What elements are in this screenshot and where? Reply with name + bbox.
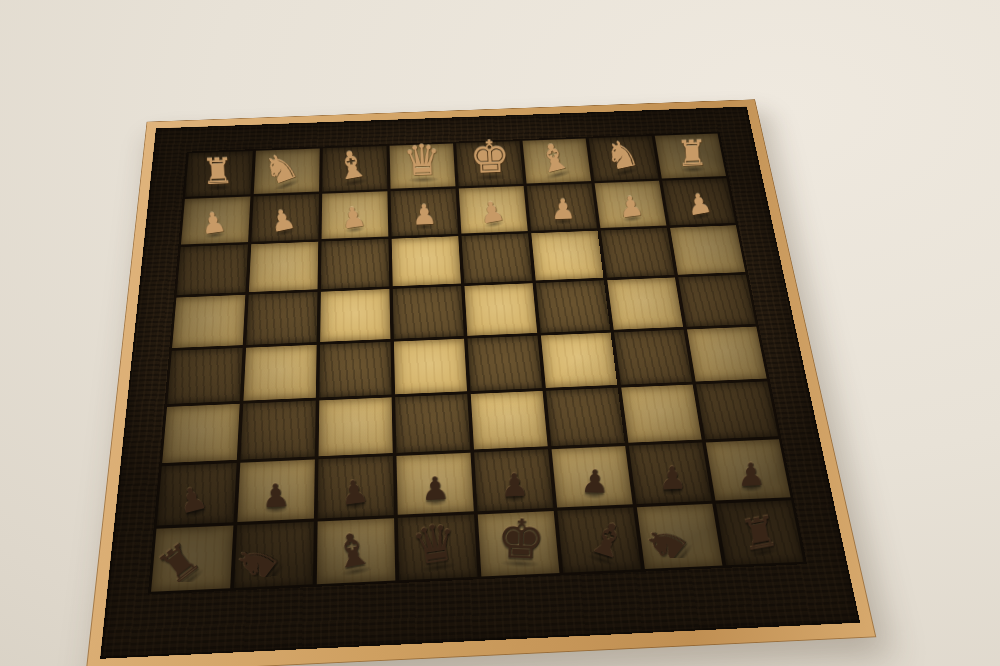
square-e3[interactable] bbox=[471, 391, 548, 450]
square-e4[interactable] bbox=[468, 336, 543, 391]
square-e6[interactable] bbox=[462, 233, 533, 283]
square-d3[interactable] bbox=[395, 394, 470, 453]
square-f6[interactable] bbox=[531, 231, 603, 281]
square-e7[interactable]: ♟ bbox=[459, 186, 528, 234]
square-e1[interactable]: ♚ bbox=[478, 511, 560, 577]
square-d7[interactable]: ♟ bbox=[391, 189, 459, 237]
piece-light-pawn-f7[interactable]: ♟ bbox=[550, 195, 576, 222]
square-f4[interactable] bbox=[541, 333, 617, 388]
square-f1[interactable]: ♝ bbox=[557, 507, 641, 572]
square-c8[interactable]: ♝ bbox=[322, 146, 387, 191]
piece-light-pawn-b7[interactable]: ♟ bbox=[267, 205, 297, 236]
square-g5[interactable] bbox=[607, 277, 683, 329]
square-b5[interactable] bbox=[246, 292, 317, 345]
square-a2[interactable]: ♟ bbox=[157, 463, 237, 526]
square-h4[interactable] bbox=[687, 327, 767, 382]
piece-dark-pawn-b2[interactable]: ♟ bbox=[260, 480, 290, 512]
piece-dark-queen-d1[interactable]: ♛ bbox=[408, 517, 461, 572]
piece-light-pawn-c7[interactable]: ♟ bbox=[339, 202, 368, 232]
square-h7[interactable]: ♟ bbox=[662, 178, 735, 225]
piece-dark-rook-h1[interactable]: ♜ bbox=[737, 511, 781, 557]
piece-light-pawn-e7[interactable]: ♟ bbox=[477, 197, 506, 227]
square-f8[interactable]: ♝ bbox=[523, 138, 592, 183]
piece-light-pawn-a7[interactable]: ♟ bbox=[199, 208, 228, 238]
piece-light-pawn-d7[interactable]: ♟ bbox=[411, 201, 437, 228]
piece-light-pawn-g7[interactable]: ♟ bbox=[617, 192, 645, 221]
square-f2[interactable]: ♟ bbox=[552, 446, 633, 508]
square-h6[interactable] bbox=[670, 225, 745, 275]
square-a5[interactable] bbox=[172, 295, 245, 348]
square-b2[interactable]: ♟ bbox=[237, 459, 314, 522]
square-c4[interactable] bbox=[319, 342, 391, 398]
square-d1[interactable]: ♛ bbox=[398, 515, 478, 581]
piece-dark-bishop-f1[interactable]: ♝ bbox=[582, 515, 632, 567]
piece-light-pawn-h7[interactable]: ♟ bbox=[684, 189, 713, 219]
square-c6[interactable] bbox=[321, 239, 389, 289]
square-c1[interactable]: ♝ bbox=[317, 518, 396, 584]
piece-light-rook-h8[interactable]: ♜ bbox=[676, 136, 709, 170]
square-d4[interactable] bbox=[394, 339, 467, 395]
square-b6[interactable] bbox=[249, 242, 318, 292]
piece-dark-bishop-c1[interactable]: ♝ bbox=[329, 527, 376, 576]
piece-dark-king-e1[interactable]: ♚ bbox=[496, 513, 546, 566]
square-b3[interactable] bbox=[240, 401, 315, 460]
square-b8[interactable]: ♞ bbox=[254, 148, 320, 194]
square-c2[interactable]: ♟ bbox=[318, 456, 394, 518]
square-g7[interactable]: ♟ bbox=[595, 181, 667, 228]
square-f7[interactable]: ♟ bbox=[527, 183, 597, 230]
square-f3[interactable] bbox=[546, 388, 625, 446]
square-b7[interactable]: ♟ bbox=[251, 194, 319, 242]
piece-light-bishop-f8[interactable]: ♝ bbox=[533, 138, 574, 180]
square-g4[interactable] bbox=[614, 330, 692, 385]
piece-dark-pawn-h2[interactable]: ♟ bbox=[736, 459, 766, 490]
piece-light-queen-d8[interactable]: ♛ bbox=[402, 140, 442, 182]
piece-dark-pawn-e2[interactable]: ♟ bbox=[499, 469, 529, 500]
square-d2[interactable]: ♟ bbox=[396, 453, 473, 515]
square-h3[interactable] bbox=[696, 381, 778, 439]
square-e8[interactable]: ♚ bbox=[456, 141, 523, 186]
square-d5[interactable] bbox=[393, 286, 464, 339]
square-c7[interactable]: ♟ bbox=[322, 191, 389, 239]
square-c5[interactable] bbox=[320, 289, 390, 342]
square-h1[interactable]: ♜ bbox=[716, 500, 804, 565]
square-g8[interactable]: ♞ bbox=[589, 136, 659, 181]
square-e5[interactable] bbox=[464, 283, 537, 336]
piece-dark-pawn-f2[interactable]: ♟ bbox=[580, 466, 609, 497]
square-b1[interactable]: ♞ bbox=[234, 522, 314, 588]
square-g1[interactable]: ♞ bbox=[637, 504, 723, 569]
piece-light-king-e8[interactable]: ♚ bbox=[468, 135, 510, 179]
square-c3[interactable] bbox=[319, 397, 393, 456]
photo-background: ♜♞♝♛♚♝♞♜♟♟♟♟♟♟♟♟♟♟♟♟♟♟♟♟♜♞♝♛♚♝♞♜ bbox=[0, 0, 1000, 666]
piece-dark-pawn-c2[interactable]: ♟ bbox=[338, 475, 370, 509]
square-e2[interactable]: ♟ bbox=[474, 449, 553, 511]
piece-dark-pawn-a2[interactable]: ♟ bbox=[174, 481, 210, 518]
piece-light-knight-g8[interactable]: ♞ bbox=[601, 135, 641, 177]
chess-board: ♜♞♝♛♚♝♞♜♟♟♟♟♟♟♟♟♟♟♟♟♟♟♟♟♜♞♝♛♚♝♞♜ bbox=[148, 132, 807, 595]
square-a3[interactable] bbox=[162, 404, 240, 463]
square-d8[interactable]: ♛ bbox=[390, 143, 456, 188]
board-perspective-wrapper: ♜♞♝♛♚♝♞♜♟♟♟♟♟♟♟♟♟♟♟♟♟♟♟♟♜♞♝♛♚♝♞♜ bbox=[85, 99, 876, 666]
square-a6[interactable] bbox=[177, 244, 248, 295]
piece-dark-rook-a1[interactable]: ♜ bbox=[151, 536, 206, 591]
square-h8[interactable]: ♜ bbox=[655, 134, 726, 179]
board-stained-border: ♜♞♝♛♚♝♞♜♟♟♟♟♟♟♟♟♟♟♟♟♟♟♟♟♜♞♝♛♚♝♞♜ bbox=[100, 107, 860, 659]
square-a8[interactable]: ♜ bbox=[185, 151, 253, 197]
square-d6[interactable] bbox=[392, 236, 461, 286]
square-g6[interactable] bbox=[601, 228, 675, 278]
square-a1[interactable]: ♜ bbox=[151, 525, 233, 591]
square-g3[interactable] bbox=[621, 385, 701, 443]
piece-dark-knight-b1[interactable]: ♞ bbox=[227, 534, 286, 593]
square-f5[interactable] bbox=[536, 280, 610, 332]
square-a4[interactable] bbox=[167, 348, 242, 404]
square-g2[interactable]: ♟ bbox=[629, 443, 712, 505]
square-a7[interactable]: ♟ bbox=[181, 197, 250, 245]
piece-light-rook-a8[interactable]: ♜ bbox=[201, 154, 234, 189]
square-h2[interactable]: ♟ bbox=[706, 439, 791, 500]
piece-dark-pawn-d2[interactable]: ♟ bbox=[420, 473, 450, 504]
piece-dark-pawn-g2[interactable]: ♟ bbox=[657, 462, 687, 493]
piece-light-bishop-c8[interactable]: ♝ bbox=[332, 146, 371, 186]
piece-dark-knight-g1[interactable]: ♞ bbox=[636, 514, 694, 572]
square-h5[interactable] bbox=[678, 275, 755, 327]
board-frame: ♜♞♝♛♚♝♞♜♟♟♟♟♟♟♟♟♟♟♟♟♟♟♟♟♜♞♝♛♚♝♞♜ bbox=[85, 99, 876, 666]
square-b4[interactable] bbox=[243, 345, 316, 401]
piece-light-knight-b8[interactable]: ♞ bbox=[258, 146, 302, 191]
